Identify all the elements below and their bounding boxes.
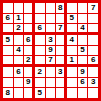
sudoku-cell-given-r4c5[interactable]: 3 (46, 35, 56, 45)
sudoku-cell-given-r3c8[interactable]: 4 (78, 24, 88, 34)
sudoku-cell-empty-r7c7[interactable] (67, 67, 77, 77)
sudoku-cell-given-r6c3[interactable]: 2 (24, 56, 34, 66)
sudoku-cell-empty-r4c8[interactable] (78, 35, 88, 45)
sudoku-cell-empty-r5c7[interactable] (67, 46, 77, 56)
sudoku-cell-given-r1c6[interactable]: 8 (56, 3, 66, 13)
sudoku-cell-empty-r6c1[interactable] (3, 56, 13, 66)
sudoku-cell-given-r4c1[interactable]: 5 (3, 35, 13, 45)
sudoku-cell-empty-r5c4[interactable] (35, 46, 45, 56)
sudoku-cell-given-r2c1[interactable]: 6 (3, 14, 13, 24)
sudoku-cell-empty-r2c8[interactable] (78, 14, 88, 24)
sudoku-board: 87615267456344952716623996385 (0, 0, 101, 101)
sudoku-cell-empty-r5c9[interactable] (88, 46, 98, 56)
sudoku-cell-empty-r6c8[interactable] (78, 56, 88, 66)
sudoku-cell-empty-r3c3[interactable] (24, 24, 34, 34)
sudoku-cell-empty-r6c6[interactable] (56, 56, 66, 66)
sudoku-cell-empty-r2c5[interactable] (46, 14, 56, 24)
sudoku-cell-empty-r8c4[interactable] (35, 78, 45, 88)
sudoku-cell-empty-r9c9[interactable] (88, 88, 98, 98)
sudoku-cell-given-r6c5[interactable]: 7 (46, 56, 56, 66)
sudoku-cell-empty-r3c5[interactable] (46, 24, 56, 34)
sudoku-cell-given-r7c8[interactable]: 9 (78, 67, 88, 77)
sudoku-cell-empty-r7c5[interactable] (46, 67, 56, 77)
sudoku-cell-empty-r9c8[interactable] (78, 88, 88, 98)
sudoku-cell-given-r9c1[interactable]: 8 (3, 88, 13, 98)
sudoku-cell-empty-r2c9[interactable] (88, 14, 98, 24)
sudoku-cell-empty-r7c9[interactable] (88, 67, 98, 77)
sudoku-cell-given-r8c8[interactable]: 6 (78, 78, 88, 88)
sudoku-cell-empty-r8c5[interactable] (46, 78, 56, 88)
sudoku-cell-empty-r1c4[interactable] (35, 3, 45, 13)
sudoku-cell-given-r5c5[interactable]: 9 (46, 46, 56, 56)
sudoku-cell-given-r6c9[interactable]: 6 (88, 56, 98, 66)
sudoku-cell-given-r3c6[interactable]: 7 (56, 24, 66, 34)
sudoku-cell-empty-r2c4[interactable] (35, 14, 45, 24)
sudoku-cell-given-r3c2[interactable]: 2 (14, 24, 24, 34)
sudoku-cell-given-r8c9[interactable]: 3 (88, 78, 98, 88)
sudoku-cell-given-r2c2[interactable]: 1 (14, 14, 24, 24)
sudoku-cell-given-r8c3[interactable]: 9 (24, 78, 34, 88)
sudoku-cell-given-r7c2[interactable]: 6 (14, 67, 24, 77)
sudoku-cell-empty-r1c3[interactable] (24, 3, 34, 13)
sudoku-cell-given-r2c7[interactable]: 5 (67, 14, 77, 24)
sudoku-cell-empty-r3c1[interactable] (3, 24, 13, 34)
sudoku-cell-empty-r8c1[interactable] (3, 78, 13, 88)
sudoku-cell-empty-r5c3[interactable] (24, 46, 34, 56)
sudoku-cell-empty-r8c7[interactable] (67, 78, 77, 88)
sudoku-cell-given-r9c4[interactable]: 5 (35, 88, 45, 98)
sudoku-cell-empty-r9c6[interactable] (56, 88, 66, 98)
sudoku-cell-empty-r2c6[interactable] (56, 14, 66, 24)
sudoku-cell-empty-r7c3[interactable] (24, 67, 34, 77)
sudoku-cell-empty-r9c5[interactable] (46, 88, 56, 98)
sudoku-cell-empty-r1c2[interactable] (14, 3, 24, 13)
sudoku-cell-empty-r1c5[interactable] (46, 3, 56, 13)
sudoku-cell-given-r6c7[interactable]: 1 (67, 56, 77, 66)
sudoku-cell-given-r7c6[interactable]: 3 (56, 67, 66, 77)
sudoku-cell-empty-r5c6[interactable] (56, 46, 66, 56)
sudoku-cell-empty-r4c6[interactable] (56, 35, 66, 45)
sudoku-cell-empty-r4c2[interactable] (14, 35, 24, 45)
sudoku-cell-empty-r9c7[interactable] (67, 88, 77, 98)
sudoku-cell-empty-r9c3[interactable] (24, 88, 34, 98)
sudoku-cell-given-r7c4[interactable]: 2 (35, 67, 45, 77)
sudoku-cell-empty-r6c2[interactable] (14, 56, 24, 66)
sudoku-cell-given-r5c2[interactable]: 4 (14, 46, 24, 56)
sudoku-cell-empty-r5c1[interactable] (3, 46, 13, 56)
sudoku-cell-empty-r8c2[interactable] (14, 78, 24, 88)
sudoku-cell-empty-r3c7[interactable] (67, 24, 77, 34)
sudoku-cell-given-r3c4[interactable]: 6 (35, 24, 45, 34)
sudoku-cell-empty-r7c1[interactable] (3, 67, 13, 77)
sudoku-cell-empty-r4c9[interactable] (88, 35, 98, 45)
sudoku-cell-empty-r2c3[interactable] (24, 14, 34, 24)
sudoku-cell-empty-r8c6[interactable] (56, 78, 66, 88)
sudoku-cell-empty-r3c9[interactable] (88, 24, 98, 34)
sudoku-cell-empty-r1c1[interactable] (3, 3, 13, 13)
sudoku-cell-given-r5c8[interactable]: 5 (78, 46, 88, 56)
sudoku-cell-empty-r6c4[interactable] (35, 56, 45, 66)
sudoku-cell-empty-r9c2[interactable] (14, 88, 24, 98)
sudoku-cell-empty-r4c4[interactable] (35, 35, 45, 45)
sudoku-cell-given-r4c7[interactable]: 4 (67, 35, 77, 45)
sudoku-cell-empty-r1c7[interactable] (67, 3, 77, 13)
sudoku-cell-given-r4c3[interactable]: 6 (24, 35, 34, 45)
sudoku-cell-empty-r1c8[interactable] (78, 3, 88, 13)
sudoku-cell-given-r1c9[interactable]: 7 (88, 3, 98, 13)
